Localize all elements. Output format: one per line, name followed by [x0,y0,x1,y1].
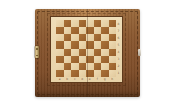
file-label-g: g [101,77,109,82]
square-a3 [56,56,64,63]
square-b7 [64,27,72,34]
square-h3 [109,56,117,63]
square-g5 [101,41,109,48]
square-h1 [109,70,117,77]
square-c8 [71,20,79,27]
square-h8 [109,20,117,27]
rank-label-6: 6 [116,34,121,41]
file-label-a: a [56,77,64,82]
square-h5 [109,41,117,48]
square-f4 [94,49,102,56]
square-h4 [109,49,117,56]
square-b4 [64,49,72,56]
square-g2 [101,63,109,70]
square-f1 [94,70,102,77]
square-c6 [71,34,79,41]
square-c1 [71,70,79,77]
square-f5 [94,41,102,48]
square-f6 [94,34,102,41]
square-c3 [71,56,79,63]
square-g6 [101,34,109,41]
file-label-h: h [109,77,117,82]
rank-label-4: 4 [116,49,121,56]
square-f2 [94,63,102,70]
square-b8 [64,20,72,27]
file-label-c: c [71,77,79,82]
square-c7 [71,27,79,34]
square-g1 [101,70,109,77]
square-g7 [101,27,109,34]
square-d2 [79,63,87,70]
chess-board: abcdefgh 87654321 [35,9,140,97]
square-c5 [71,41,79,48]
square-g3 [101,56,109,63]
square-h2 [109,63,117,70]
square-a6 [56,34,64,41]
square-b3 [64,56,72,63]
square-f3 [94,56,102,63]
square-g4 [101,49,109,56]
square-a4 [56,49,64,56]
rank-label-2: 2 [116,63,121,70]
square-d4 [79,49,87,56]
hinge-pin [138,49,141,56]
square-a2 [56,63,64,70]
square-h7 [109,27,117,34]
rank-label-7: 7 [116,27,121,34]
square-b5 [64,41,72,48]
square-f7 [94,27,102,34]
square-a1 [56,70,64,77]
square-d1 [79,70,87,77]
rank-label-5: 5 [116,41,121,48]
rank-label-3: 3 [116,56,121,63]
square-b2 [64,63,72,70]
rank-label-8: 8 [116,20,121,27]
square-f8 [94,20,102,27]
square-a8 [56,20,64,27]
rank-labels: 87654321 [116,20,121,77]
squares-grid [56,20,116,77]
square-g8 [101,20,109,27]
file-label-f: f [94,77,102,82]
square-b1 [64,70,72,77]
square-d8 [79,20,87,27]
square-b6 [64,34,72,41]
square-c4 [71,49,79,56]
file-label-d: d [79,77,87,82]
brass-latch [35,46,39,58]
square-d3 [79,56,87,63]
square-a5 [56,41,64,48]
latch-screw [36,48,38,50]
file-labels: abcdefgh [56,77,116,82]
square-d5 [79,41,87,48]
square-d6 [79,34,87,41]
file-label-b: b [64,77,72,82]
product-photo: abcdefgh 87654321 [0,0,175,105]
square-c2 [71,63,79,70]
fold-seam [87,9,88,97]
square-a7 [56,27,64,34]
rank-label-1: 1 [116,70,121,77]
square-h6 [109,34,117,41]
square-d7 [79,27,87,34]
latch-screw [36,55,38,57]
